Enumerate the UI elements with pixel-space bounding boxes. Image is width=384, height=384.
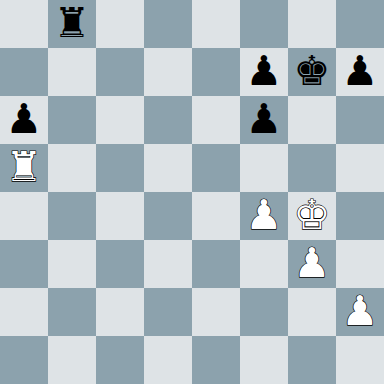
piece-white-pawn[interactable]: ♟: [246, 192, 283, 239]
square-h3[interactable]: [336, 240, 384, 288]
square-b8[interactable]: ♜: [48, 0, 96, 48]
square-e7[interactable]: [192, 48, 240, 96]
square-g5[interactable]: [288, 144, 336, 192]
square-a2[interactable]: [0, 288, 48, 336]
square-c6[interactable]: [96, 96, 144, 144]
square-a7[interactable]: [0, 48, 48, 96]
square-d2[interactable]: [144, 288, 192, 336]
square-f6[interactable]: ♟: [240, 96, 288, 144]
square-f2[interactable]: [240, 288, 288, 336]
square-f7[interactable]: ♟: [240, 48, 288, 96]
square-c7[interactable]: [96, 48, 144, 96]
square-g6[interactable]: [288, 96, 336, 144]
square-e6[interactable]: [192, 96, 240, 144]
square-e8[interactable]: [192, 0, 240, 48]
piece-white-pawn[interactable]: ♟: [342, 288, 379, 335]
square-e2[interactable]: [192, 288, 240, 336]
square-d4[interactable]: [144, 192, 192, 240]
square-g4[interactable]: ♚: [288, 192, 336, 240]
square-b1[interactable]: [48, 336, 96, 384]
square-b3[interactable]: [48, 240, 96, 288]
square-b4[interactable]: [48, 192, 96, 240]
square-c2[interactable]: [96, 288, 144, 336]
square-d1[interactable]: [144, 336, 192, 384]
square-g8[interactable]: [288, 0, 336, 48]
square-a3[interactable]: [0, 240, 48, 288]
square-c1[interactable]: [96, 336, 144, 384]
square-d3[interactable]: [144, 240, 192, 288]
square-e1[interactable]: [192, 336, 240, 384]
square-b6[interactable]: [48, 96, 96, 144]
square-e4[interactable]: [192, 192, 240, 240]
square-f8[interactable]: [240, 0, 288, 48]
square-g7[interactable]: ♚: [288, 48, 336, 96]
square-b7[interactable]: [48, 48, 96, 96]
square-h1[interactable]: [336, 336, 384, 384]
square-f1[interactable]: [240, 336, 288, 384]
square-g3[interactable]: ♟: [288, 240, 336, 288]
chess-board: ♜♟♚♟♟♟♜♟♚♟♟: [0, 0, 384, 384]
square-h8[interactable]: [336, 0, 384, 48]
square-h2[interactable]: ♟: [336, 288, 384, 336]
square-c3[interactable]: [96, 240, 144, 288]
piece-black-pawn[interactable]: ♟: [246, 96, 283, 143]
square-e3[interactable]: [192, 240, 240, 288]
square-g2[interactable]: [288, 288, 336, 336]
square-d7[interactable]: [144, 48, 192, 96]
square-h7[interactable]: ♟: [336, 48, 384, 96]
square-a4[interactable]: [0, 192, 48, 240]
square-b5[interactable]: [48, 144, 96, 192]
square-f3[interactable]: [240, 240, 288, 288]
piece-white-pawn[interactable]: ♟: [294, 240, 331, 287]
square-a6[interactable]: ♟: [0, 96, 48, 144]
piece-black-pawn[interactable]: ♟: [6, 96, 43, 143]
square-d5[interactable]: [144, 144, 192, 192]
piece-black-pawn[interactable]: ♟: [342, 48, 379, 95]
square-f5[interactable]: [240, 144, 288, 192]
square-h6[interactable]: [336, 96, 384, 144]
square-e5[interactable]: [192, 144, 240, 192]
square-h5[interactable]: [336, 144, 384, 192]
square-c5[interactable]: [96, 144, 144, 192]
square-a8[interactable]: [0, 0, 48, 48]
square-f4[interactable]: ♟: [240, 192, 288, 240]
piece-black-rook[interactable]: ♜: [54, 0, 91, 47]
square-g1[interactable]: [288, 336, 336, 384]
piece-black-king[interactable]: ♚: [294, 48, 331, 95]
square-a1[interactable]: [0, 336, 48, 384]
square-d8[interactable]: [144, 0, 192, 48]
square-c8[interactable]: [96, 0, 144, 48]
piece-white-king[interactable]: ♚: [294, 192, 331, 239]
square-h4[interactable]: [336, 192, 384, 240]
square-b2[interactable]: [48, 288, 96, 336]
square-a5[interactable]: ♜: [0, 144, 48, 192]
piece-black-pawn[interactable]: ♟: [246, 48, 283, 95]
piece-white-rook[interactable]: ♜: [6, 144, 43, 191]
square-c4[interactable]: [96, 192, 144, 240]
square-d6[interactable]: [144, 96, 192, 144]
